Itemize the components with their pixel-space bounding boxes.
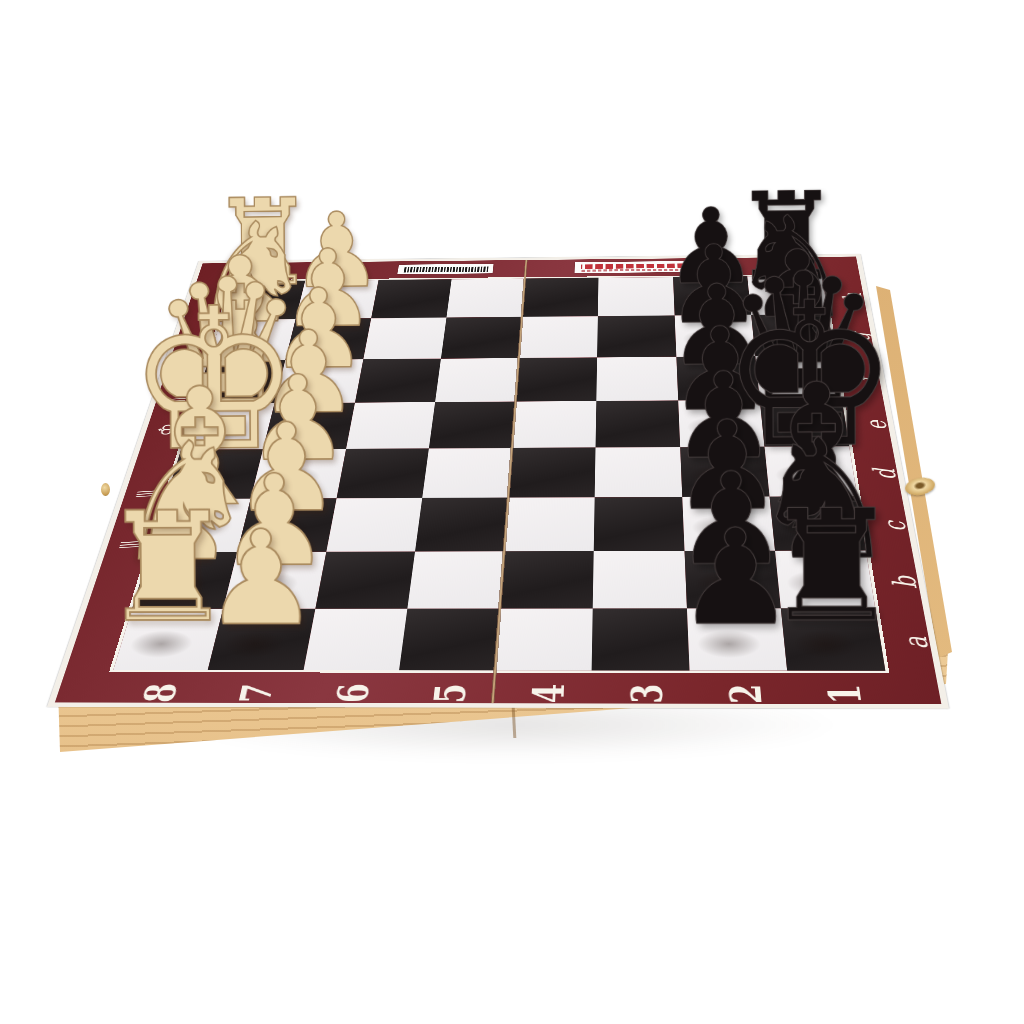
rank-label-2: 2	[721, 684, 772, 704]
rank-label-4: 4	[523, 684, 573, 704]
square-d5	[422, 448, 512, 498]
rank-label-3: 3	[622, 684, 672, 704]
rank-label-7: 7	[230, 683, 283, 703]
barcode-bars	[402, 267, 488, 273]
square-d3	[595, 447, 682, 497]
square-g4	[519, 316, 598, 358]
piece-black-rook-a1: ♜	[762, 489, 902, 643]
square-g5	[441, 317, 522, 359]
rank-label-6: 6	[327, 683, 379, 703]
rank-label-1: 1	[819, 684, 872, 704]
square-c3	[594, 497, 684, 551]
barcode-sticker	[397, 264, 493, 275]
square-a3	[592, 608, 689, 670]
square-a1: ♜	[781, 608, 886, 670]
square-b3	[593, 551, 687, 609]
square-c5	[415, 498, 508, 552]
square-d4	[508, 448, 596, 498]
square-e4	[512, 401, 597, 448]
square-h3	[598, 277, 674, 316]
square-e5	[429, 401, 516, 448]
product-photo-stage: ♜♟♟♜♞♟♟♞♝♟♟♝♛♟♟♛♚♟♟♚♝♟♟♝♞♟♟♞♜♟♟♜ ♔ 87654…	[0, 0, 1024, 1024]
square-f3	[597, 357, 678, 401]
square-b5	[407, 551, 504, 608]
square-g3	[597, 316, 676, 358]
rank-label-5: 5	[425, 683, 476, 703]
square-f5	[435, 358, 519, 402]
square-b4	[500, 551, 594, 609]
piece-white-pawn-a7: ♟	[203, 513, 320, 644]
square-c4	[504, 497, 595, 551]
square-a7: ♟	[208, 609, 315, 670]
rank-label-8: 8	[133, 683, 187, 703]
square-h4	[522, 278, 599, 317]
square-a4	[495, 608, 593, 670]
square-f4	[516, 357, 598, 401]
brass-hinge-pin	[101, 483, 110, 496]
chess-board: ♜♟♟♜♞♟♟♞♝♟♟♝♛♟♟♛♚♟♟♚♝♟♟♝♞♟♟♞♜♟♟♜ ♔ 87654…	[47, 254, 949, 709]
square-e3	[596, 400, 680, 447]
square-a5	[399, 608, 500, 670]
square-h5	[446, 279, 525, 318]
square-h6	[371, 279, 452, 318]
